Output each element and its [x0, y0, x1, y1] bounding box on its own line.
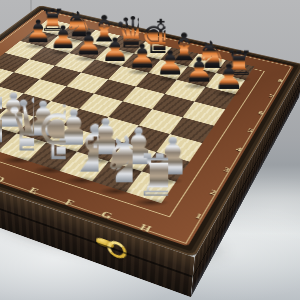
piece-white-rook: ♜ — [134, 146, 168, 205]
chess-set-photo: ABCDEFGH 87654321 ♜♞♝♛♚♝♞♜♟♟♟♟♟♟♟♟♟♟♟♟♟♟… — [0, 0, 300, 300]
file-label-d: D — [0, 170, 20, 189]
chess-case: ABCDEFGH 87654321 ♜♞♝♛♚♝♞♜♟♟♟♟♟♟♟♟♟♟♟♟♟♟… — [0, 5, 300, 257]
piece-white-king: ♚ — [33, 92, 65, 171]
clasp-hook — [107, 239, 126, 262]
piece-white-bishop: ♝ — [66, 117, 99, 183]
piece-white-queen: ♛ — [2, 88, 34, 161]
file-label-h: H — [123, 217, 169, 239]
piece-white-knight: ♞ — [99, 128, 132, 193]
brass-clasp — [96, 233, 123, 256]
